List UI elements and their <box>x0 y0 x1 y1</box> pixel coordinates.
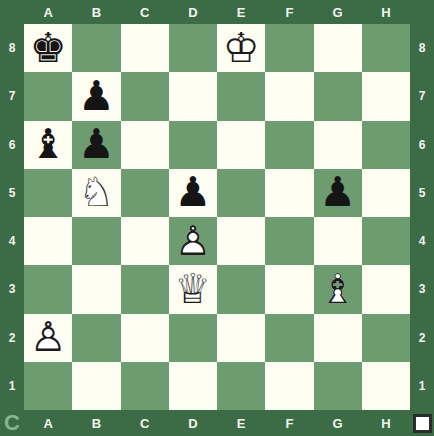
white-pawn-piece[interactable]: ♟♙ <box>24 314 72 362</box>
square-d5[interactable]: ♟ <box>169 169 217 217</box>
square-g5[interactable]: ♟ <box>314 169 362 217</box>
piece-outline-layer: ♙ <box>169 217 217 265</box>
rank-label-1: 1 <box>0 362 24 410</box>
piece-fill-layer: ♟ <box>314 169 362 217</box>
corner-bottom-right <box>410 410 434 436</box>
square-b7[interactable]: ♟ <box>72 72 120 120</box>
square-h6[interactable] <box>362 121 410 169</box>
square-g4[interactable] <box>314 217 362 265</box>
black-pawn-piece[interactable]: ♟ <box>169 169 217 217</box>
black-bishop-piece[interactable]: ♝ <box>24 121 72 169</box>
square-h1[interactable] <box>362 362 410 410</box>
square-g1[interactable] <box>314 362 362 410</box>
file-label-b: B <box>72 416 120 431</box>
rank-label-4: 4 <box>410 217 434 265</box>
square-f2[interactable] <box>265 314 313 362</box>
corner-top-left <box>0 0 24 24</box>
square-c7[interactable] <box>121 72 169 120</box>
white-pawn-piece[interactable]: ♟♙ <box>169 217 217 265</box>
square-d2[interactable] <box>169 314 217 362</box>
publisher-logo: C <box>4 410 20 436</box>
square-g7[interactable] <box>314 72 362 120</box>
white-queen-piece[interactable]: ♛♕ <box>169 265 217 313</box>
file-label-f: F <box>265 5 313 20</box>
white-to-move-indicator <box>413 414 432 433</box>
square-d8[interactable] <box>169 24 217 72</box>
rank-label-8: 8 <box>410 24 434 72</box>
rank-label-5: 5 <box>410 169 434 217</box>
square-b5[interactable]: ♞♘ <box>72 169 120 217</box>
rank-labels-right: 87654321 <box>410 24 434 410</box>
black-pawn-piece[interactable]: ♟ <box>72 121 120 169</box>
square-h5[interactable] <box>362 169 410 217</box>
square-f7[interactable] <box>265 72 313 120</box>
rank-label-2: 2 <box>410 314 434 362</box>
square-c5[interactable] <box>121 169 169 217</box>
square-d6[interactable] <box>169 121 217 169</box>
piece-fill-layer: ♟ <box>72 72 120 120</box>
piece-fill-layer: ♟ <box>72 121 120 169</box>
square-g2[interactable] <box>314 314 362 362</box>
file-label-e: E <box>217 5 265 20</box>
square-a6[interactable]: ♝ <box>24 121 72 169</box>
square-c6[interactable] <box>121 121 169 169</box>
square-b1[interactable] <box>72 362 120 410</box>
square-b2[interactable] <box>72 314 120 362</box>
file-label-c: C <box>121 416 169 431</box>
square-e5[interactable] <box>217 169 265 217</box>
square-h4[interactable] <box>362 217 410 265</box>
chess-board-frame: ABCDEFGH 87654321 ♚♚♔♟♝♟♞♘♟♟♟♙♛♕♝♗♟♙ 876… <box>0 0 434 436</box>
square-e4[interactable] <box>217 217 265 265</box>
square-b4[interactable] <box>72 217 120 265</box>
square-d3[interactable]: ♛♕ <box>169 265 217 313</box>
file-label-a: A <box>24 5 72 20</box>
piece-outline-layer: ♔ <box>217 24 265 72</box>
square-b3[interactable] <box>72 265 120 313</box>
file-label-h: H <box>362 5 410 20</box>
corner-bottom-left: C <box>0 410 24 436</box>
rank-label-7: 7 <box>410 72 434 120</box>
file-label-e: E <box>217 416 265 431</box>
square-f4[interactable] <box>265 217 313 265</box>
file-label-a: A <box>24 416 72 431</box>
square-d7[interactable] <box>169 72 217 120</box>
square-f3[interactable] <box>265 265 313 313</box>
square-f8[interactable] <box>265 24 313 72</box>
rank-labels-left: 87654321 <box>0 24 24 410</box>
rank-label-8: 8 <box>0 24 24 72</box>
square-c1[interactable] <box>121 362 169 410</box>
square-b6[interactable]: ♟ <box>72 121 120 169</box>
piece-fill-layer: ♟ <box>169 169 217 217</box>
square-c4[interactable] <box>121 217 169 265</box>
square-f5[interactable] <box>265 169 313 217</box>
square-a5[interactable] <box>24 169 72 217</box>
file-label-g: G <box>314 416 362 431</box>
square-a2[interactable]: ♟♙ <box>24 314 72 362</box>
square-c8[interactable] <box>121 24 169 72</box>
square-h8[interactable] <box>362 24 410 72</box>
piece-outline-layer: ♕ <box>169 265 217 313</box>
rank-label-3: 3 <box>410 265 434 313</box>
rank-label-5: 5 <box>0 169 24 217</box>
file-label-h: H <box>362 416 410 431</box>
square-a3[interactable] <box>24 265 72 313</box>
square-e1[interactable] <box>217 362 265 410</box>
square-h3[interactable] <box>362 265 410 313</box>
file-label-c: C <box>121 5 169 20</box>
square-e2[interactable] <box>217 314 265 362</box>
square-a1[interactable] <box>24 362 72 410</box>
file-labels-top: ABCDEFGH <box>0 0 434 24</box>
square-g6[interactable] <box>314 121 362 169</box>
black-pawn-piece[interactable]: ♟ <box>72 72 120 120</box>
black-king-piece[interactable]: ♚ <box>24 24 72 72</box>
piece-outline-layer: ♙ <box>24 314 72 362</box>
square-d4[interactable]: ♟♙ <box>169 217 217 265</box>
square-g8[interactable] <box>314 24 362 72</box>
rank-label-1: 1 <box>410 362 434 410</box>
square-e3[interactable] <box>217 265 265 313</box>
file-label-d: D <box>169 416 217 431</box>
file-labels-bottom: C ABCDEFGH <box>0 410 434 436</box>
square-a7[interactable] <box>24 72 72 120</box>
rank-label-4: 4 <box>0 217 24 265</box>
rank-label-6: 6 <box>0 121 24 169</box>
square-a4[interactable] <box>24 217 72 265</box>
square-f6[interactable] <box>265 121 313 169</box>
square-c3[interactable] <box>121 265 169 313</box>
file-label-f: F <box>265 416 313 431</box>
piece-fill-layer: ♚ <box>24 24 72 72</box>
piece-fill-layer: ♝ <box>24 121 72 169</box>
white-bishop-piece[interactable]: ♝♗ <box>314 265 362 313</box>
file-label-g: G <box>314 5 362 20</box>
square-h2[interactable] <box>362 314 410 362</box>
black-pawn-piece[interactable]: ♟ <box>314 169 362 217</box>
square-h7[interactable] <box>362 72 410 120</box>
square-e7[interactable] <box>217 72 265 120</box>
rank-label-2: 2 <box>0 314 24 362</box>
square-f1[interactable] <box>265 362 313 410</box>
square-d1[interactable] <box>169 362 217 410</box>
rank-label-6: 6 <box>410 121 434 169</box>
piece-outline-layer: ♘ <box>72 169 120 217</box>
rank-label-3: 3 <box>0 265 24 313</box>
square-a8[interactable]: ♚ <box>24 24 72 72</box>
file-label-d: D <box>169 5 217 20</box>
chess-board[interactable]: ♚♚♔♟♝♟♞♘♟♟♟♙♛♕♝♗♟♙ <box>24 24 410 410</box>
square-c2[interactable] <box>121 314 169 362</box>
corner-top-right <box>410 0 434 24</box>
file-label-b: B <box>72 5 120 20</box>
piece-outline-layer: ♗ <box>314 265 362 313</box>
square-e8[interactable]: ♚♔ <box>217 24 265 72</box>
rank-label-7: 7 <box>0 72 24 120</box>
white-king-piece[interactable]: ♚♔ <box>217 24 265 72</box>
square-e6[interactable] <box>217 121 265 169</box>
square-b8[interactable] <box>72 24 120 72</box>
white-knight-piece[interactable]: ♞♘ <box>72 169 120 217</box>
square-g3[interactable]: ♝♗ <box>314 265 362 313</box>
